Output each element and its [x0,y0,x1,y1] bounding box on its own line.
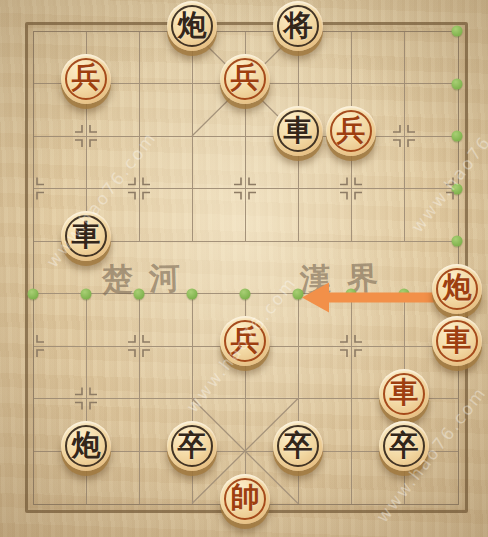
piece-glyph: 車 [284,116,313,145]
piece-black-soldier[interactable]: 卒 [379,421,429,471]
piece-black-soldier[interactable]: 卒 [273,421,323,471]
piece-glyph: 兵 [72,63,101,92]
piece-glyph: 炮 [72,431,101,460]
piece-red-chariot[interactable]: 車 [432,316,482,366]
piece-black-cannon[interactable]: 炮 [61,421,111,471]
piece-red-chariot[interactable]: 車 [379,369,429,419]
piece-glyph: 将 [284,11,313,40]
piece-black-general[interactable]: 将 [273,1,323,51]
piece-glyph: 炮 [178,11,207,40]
piece-red-soldier[interactable]: 兵 [61,54,111,104]
piece-glyph: 卒 [178,431,207,460]
piece-glyph: 帥 [231,483,260,512]
piece-red-general[interactable]: 帥 [220,474,270,524]
piece-glyph: 車 [72,221,101,250]
piece-glyph: 卒 [390,431,419,460]
piece-black-soldier[interactable]: 卒 [167,421,217,471]
pieces-layer: 炮将兵兵車兵車炮兵車車炮卒卒卒帥 [0,0,488,537]
piece-red-soldier[interactable]: 兵 [326,106,376,156]
piece-glyph: 兵 [337,116,366,145]
piece-glyph: 兵 [231,63,260,92]
piece-glyph: 車 [390,378,419,407]
piece-red-soldier[interactable]: 兵 [220,54,270,104]
piece-glyph: 卒 [284,431,313,460]
piece-black-cannon[interactable]: 炮 [167,1,217,51]
piece-glyph: 炮 [443,273,472,302]
xiangqi-board: 楚河 漢界 炮将兵兵車兵車炮兵車車炮卒卒卒帥 www.hao76.com www… [0,0,488,537]
piece-black-chariot[interactable]: 車 [273,106,323,156]
piece-glyph: 車 [443,326,472,355]
piece-black-chariot[interactable]: 車 [61,211,111,261]
piece-glyph: 兵 [231,326,260,355]
piece-red-cannon[interactable]: 炮 [432,264,482,314]
piece-red-soldier[interactable]: 兵 [220,316,270,366]
